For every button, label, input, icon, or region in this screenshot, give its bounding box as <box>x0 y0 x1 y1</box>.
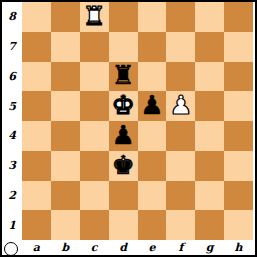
square-g3[interactable] <box>195 151 224 181</box>
square-g4[interactable] <box>195 121 224 151</box>
square-d6[interactable]: ♜ <box>109 62 138 92</box>
square-b8[interactable] <box>51 2 80 32</box>
square-d4[interactable]: ♟ <box>109 121 138 151</box>
piece-white-king-d5[interactable]: ♚ <box>111 92 134 118</box>
chess-board-diagram: 87654321 ♜♜♚♟♟♟♚ abcdefgh <box>0 0 257 257</box>
square-b6[interactable] <box>51 62 80 92</box>
square-b1[interactable] <box>51 210 80 240</box>
square-b3[interactable] <box>51 151 80 181</box>
square-d5[interactable]: ♚ <box>109 91 138 121</box>
rank-label-2: 2 <box>2 181 22 211</box>
square-f3[interactable] <box>166 151 195 181</box>
square-a8[interactable] <box>22 2 51 32</box>
rank-labels: 87654321 <box>2 2 22 240</box>
square-b2[interactable] <box>51 181 80 211</box>
piece-white-pawn-f5[interactable]: ♟ <box>169 92 192 118</box>
square-h7[interactable] <box>224 32 253 62</box>
square-h4[interactable] <box>224 121 253 151</box>
rank-label-6: 6 <box>2 62 22 92</box>
white-to-move-indicator <box>4 242 18 256</box>
square-g5[interactable] <box>195 91 224 121</box>
rank-label-1: 1 <box>2 210 22 240</box>
square-c6[interactable] <box>80 62 109 92</box>
square-f6[interactable] <box>166 62 195 92</box>
square-e5[interactable]: ♟ <box>138 91 167 121</box>
square-e4[interactable] <box>138 121 167 151</box>
square-b4[interactable] <box>51 121 80 151</box>
square-c7[interactable] <box>80 32 109 62</box>
square-e8[interactable] <box>138 2 167 32</box>
square-c8[interactable]: ♜ <box>80 2 109 32</box>
rank-label-8: 8 <box>2 2 22 32</box>
square-c1[interactable] <box>80 210 109 240</box>
file-label-b: b <box>51 240 80 255</box>
file-label-c: c <box>80 240 109 255</box>
square-e1[interactable] <box>138 210 167 240</box>
piece-black-pawn-d4[interactable]: ♟ <box>111 122 134 148</box>
square-d8[interactable] <box>109 2 138 32</box>
file-label-d: d <box>109 240 138 255</box>
square-a7[interactable] <box>22 32 51 62</box>
square-h5[interactable] <box>224 91 253 121</box>
square-a1[interactable] <box>22 210 51 240</box>
square-f4[interactable] <box>166 121 195 151</box>
file-label-e: e <box>138 240 167 255</box>
file-label-g: g <box>195 240 224 255</box>
file-labels: abcdefgh <box>22 240 253 255</box>
square-h8[interactable] <box>224 2 253 32</box>
square-a6[interactable] <box>22 62 51 92</box>
square-d3[interactable]: ♚ <box>109 151 138 181</box>
square-h1[interactable] <box>224 210 253 240</box>
square-e7[interactable] <box>138 32 167 62</box>
square-h6[interactable] <box>224 62 253 92</box>
square-e6[interactable] <box>138 62 167 92</box>
square-e3[interactable] <box>138 151 167 181</box>
square-h2[interactable] <box>224 181 253 211</box>
piece-black-pawn-e5[interactable]: ♟ <box>140 92 163 118</box>
square-a3[interactable] <box>22 151 51 181</box>
piece-white-rook-c8[interactable]: ♜ <box>83 3 106 29</box>
square-d1[interactable] <box>109 210 138 240</box>
rank-label-4: 4 <box>2 121 22 151</box>
piece-black-king-d3[interactable]: ♚ <box>111 152 134 178</box>
square-a5[interactable] <box>22 91 51 121</box>
square-g6[interactable] <box>195 62 224 92</box>
square-a4[interactable] <box>22 121 51 151</box>
square-h3[interactable] <box>224 151 253 181</box>
square-f1[interactable] <box>166 210 195 240</box>
rank-label-5: 5 <box>2 91 22 121</box>
square-g7[interactable] <box>195 32 224 62</box>
square-a2[interactable] <box>22 181 51 211</box>
square-f2[interactable] <box>166 181 195 211</box>
square-b5[interactable] <box>51 91 80 121</box>
square-d2[interactable] <box>109 181 138 211</box>
file-label-h: h <box>224 240 253 255</box>
square-c3[interactable] <box>80 151 109 181</box>
file-label-f: f <box>166 240 195 255</box>
square-e2[interactable] <box>138 181 167 211</box>
square-f8[interactable] <box>166 2 195 32</box>
square-g1[interactable] <box>195 210 224 240</box>
file-label-a: a <box>22 240 51 255</box>
square-c5[interactable] <box>80 91 109 121</box>
square-c4[interactable] <box>80 121 109 151</box>
chess-board: ♜♜♚♟♟♟♚ <box>22 2 253 240</box>
square-g8[interactable] <box>195 2 224 32</box>
square-d7[interactable] <box>109 32 138 62</box>
piece-black-rook-d6[interactable]: ♜ <box>111 62 134 88</box>
square-f5[interactable]: ♟ <box>166 91 195 121</box>
square-g2[interactable] <box>195 181 224 211</box>
rank-label-3: 3 <box>2 151 22 181</box>
square-b7[interactable] <box>51 32 80 62</box>
square-f7[interactable] <box>166 32 195 62</box>
rank-label-7: 7 <box>2 32 22 62</box>
square-c2[interactable] <box>80 181 109 211</box>
